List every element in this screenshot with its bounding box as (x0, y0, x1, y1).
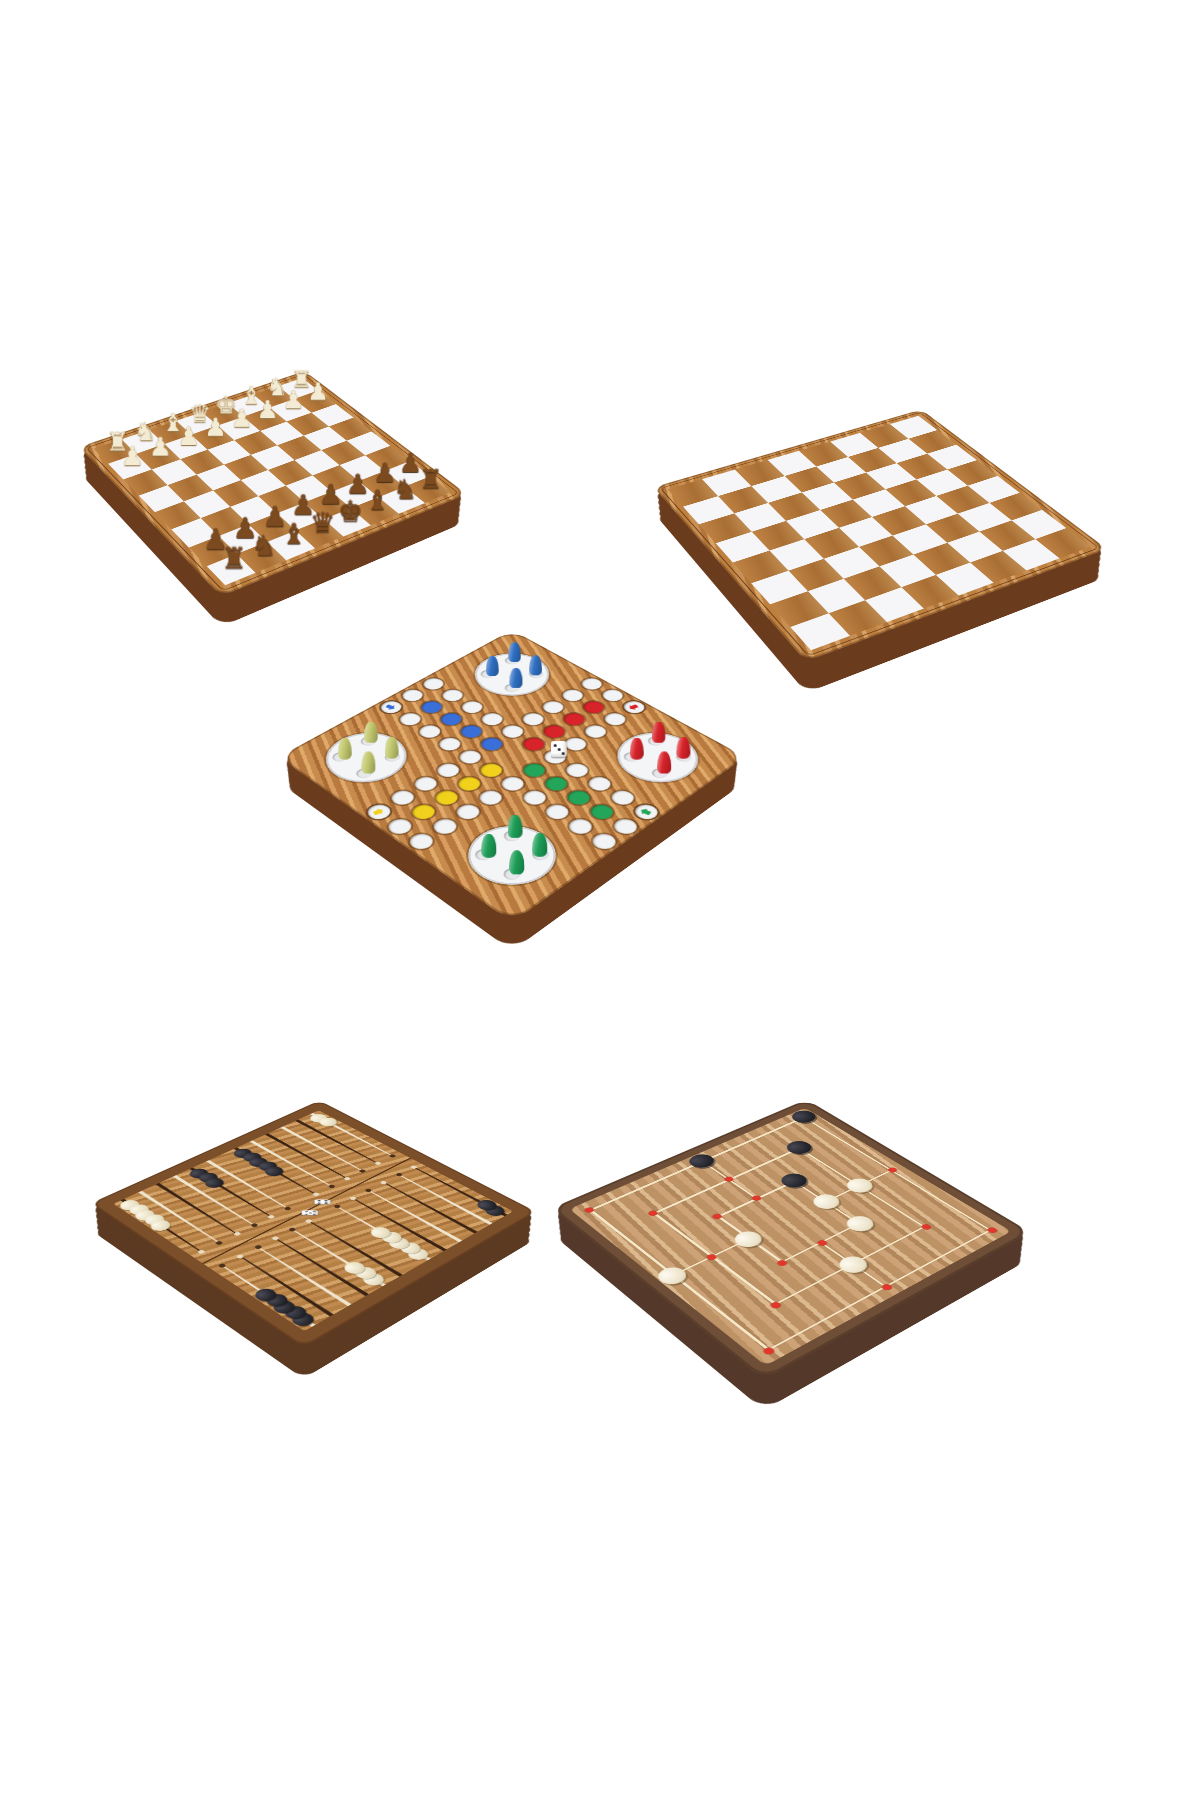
backgammon-point (346, 1195, 453, 1255)
chess-piece-brown-knight: ♞ (390, 476, 419, 503)
ludo-track-hole (438, 687, 466, 703)
ludo-peg-red (657, 751, 671, 773)
ludo-finish-hole-green (563, 788, 594, 808)
morris-point-dot (854, 1220, 867, 1227)
ludo-track-hole (415, 723, 444, 740)
ludo-track-hole (609, 816, 641, 837)
morris-point-dot (704, 1253, 717, 1261)
ludo-track-hole (452, 802, 483, 822)
ludo-peg-yellow-green (385, 737, 399, 759)
chess-square (224, 455, 268, 480)
ludo-finish-hole-red (518, 735, 547, 753)
chess-board: ♜♞♝♛♚♝♞♜♟♟♟♟♟♟♟♟♟♟♟♟♟♟♟♟♜♞♝♛♚♝♞♜ (79, 371, 467, 597)
morris-point-dot (761, 1346, 775, 1355)
chess-piece-white-pawn: ♟ (228, 406, 255, 431)
ludo-peg-green (532, 833, 547, 857)
ludo-start-arrow-icon (383, 703, 396, 711)
ludo-track-hole (538, 699, 566, 716)
backgammon-point-tip-dot (373, 1161, 381, 1165)
ludo-track-hole (564, 816, 596, 837)
ludo-finish-hole-yellow (453, 774, 483, 793)
die-pip (561, 752, 564, 755)
checkers-grid (668, 416, 1091, 651)
ludo-peg-green (508, 815, 523, 839)
die-pip (304, 1213, 307, 1214)
ludo-peg-red (630, 738, 644, 760)
backgammon-point-tip-dot (250, 1223, 259, 1228)
ludo-finish-hole-yellow (476, 761, 506, 780)
ludo-start-hole (376, 699, 404, 716)
morris-point-dot (775, 1259, 788, 1267)
ludo-track-hole (607, 788, 638, 808)
die (302, 1210, 318, 1215)
product-photo-canvas: ♜♞♝♛♚♝♞♜♟♟♟♟♟♟♟♟♟♟♟♟♟♟♟♟♜♞♝♛♚♝♞♜ (0, 0, 1200, 1800)
ludo-track-hole (561, 761, 591, 780)
ludo-home-circle-blue (460, 645, 565, 705)
ludo-track-hole (558, 687, 586, 703)
ludo-peg-blue (508, 642, 521, 662)
ludo-start-hole (630, 802, 661, 822)
morris-point-dot (847, 1261, 860, 1269)
ludo-track-hole (433, 761, 463, 780)
backgammon-point-tip-dot (267, 1214, 276, 1219)
ludo-track-hole (497, 723, 526, 740)
morris-square-line (780, 1223, 860, 1264)
ludo-track-hole (519, 788, 550, 808)
chess-piece-brown-rook: ♜ (219, 544, 250, 573)
ludo-track-hole (398, 687, 426, 703)
chess-grid: ♜♞♝♛♚♝♞♜♟♟♟♟♟♟♟♟♟♟♟♟♟♟♟♟♜♞♝♛♚♝♞♜ (94, 378, 451, 585)
chess-piece-white-pawn: ♟ (119, 443, 147, 469)
morris-point-dot (919, 1223, 932, 1230)
backgammon-point-tip-dot (343, 1176, 351, 1180)
morris-board (551, 1100, 1030, 1380)
morris-piece-white (653, 1264, 691, 1287)
morris-connector-line (671, 1239, 749, 1277)
backgammon-point-tip-dot (388, 1154, 396, 1158)
ludo-track-hole (600, 711, 629, 728)
ludo-finish-hole-blue (456, 723, 485, 740)
ludo-track-hole (477, 711, 506, 728)
backgammon-point-tip-dot (358, 1169, 366, 1173)
ludo-finish-hole-green (518, 761, 548, 780)
morris-point-dot (815, 1239, 828, 1247)
ludo-start-hole (363, 802, 394, 822)
chess-piece-white-pawn: ♟ (305, 380, 331, 404)
ludo-track-hole (580, 723, 609, 740)
ludo-track-hole (387, 788, 418, 808)
ludo-track-hole (598, 687, 626, 703)
ludo-board (279, 630, 746, 922)
die-pip (553, 744, 556, 747)
ludo-finish-hole-red (539, 723, 568, 740)
ludo-start-arrow-icon (626, 703, 639, 711)
ludo-track-hole (419, 676, 447, 692)
ludo-peg-yellow-green (361, 751, 375, 773)
ludo-track-hole (395, 711, 424, 728)
backgammon-field (113, 1110, 513, 1331)
chess-piece-white-pawn: ♟ (280, 388, 306, 412)
morris-connector-line (821, 1242, 888, 1287)
ludo-track-hole (577, 676, 605, 692)
checkers-surface (654, 409, 1107, 661)
morris-point-dot (879, 1283, 893, 1291)
morris-point-dot (666, 1272, 679, 1280)
ludo-home-circle-red (601, 723, 714, 793)
ludo-track-hole (405, 831, 437, 852)
ludo-finish-hole-green (586, 802, 617, 822)
ludo-peg-red (652, 722, 666, 744)
ludo-finish-hole-yellow (431, 788, 462, 808)
chess-piece-white-pawn: ♟ (175, 424, 202, 449)
backgammon-point (289, 1117, 384, 1167)
morris-square-line (652, 1212, 777, 1305)
die-pip (557, 748, 560, 751)
backgammon-point-tip-dot (197, 1249, 206, 1254)
morris-piece-white (730, 1228, 767, 1250)
ludo-track-hole (475, 788, 506, 808)
ludo-peg-yellow-green (364, 722, 378, 744)
ludo-peg-blue (509, 668, 522, 689)
chess-piece-brown-king: ♚ (336, 498, 366, 526)
backgammon-point-tip-dot (327, 1184, 335, 1188)
morris-point-dot (985, 1227, 998, 1234)
ludo-home-circle-yellow-green (310, 723, 423, 793)
morris-piece-white (834, 1253, 872, 1276)
backgammon-point-tip-dot (215, 1240, 224, 1245)
morris-point-dot (768, 1301, 782, 1310)
die-pip (318, 1203, 321, 1204)
ludo-peg-blue (486, 656, 499, 676)
die-pip (324, 1203, 327, 1204)
ludo-finish-hole-green (540, 774, 570, 793)
chess-piece-white-pawn: ♟ (254, 397, 281, 422)
ludo-track-hole (429, 816, 461, 837)
die-pip (313, 1213, 316, 1214)
ludo-track-hole (541, 802, 572, 822)
checkers-board (654, 409, 1107, 661)
ludo-surface (279, 630, 746, 922)
ludo-start-arrow-icon (638, 807, 652, 816)
backgammon-point-tip-dot (232, 1231, 241, 1236)
ludo-home-circle-green (450, 815, 573, 898)
backgammon-point-tip-dot (283, 1206, 291, 1211)
backgammon-point-tip-dot (311, 1192, 319, 1196)
ludo-finish-hole-red (579, 699, 607, 716)
chess-piece-brown-knight: ♞ (249, 532, 280, 561)
ludo-finish-hole-red (559, 711, 588, 728)
ludo-finish-hole-blue (476, 735, 505, 753)
die-pip (308, 1212, 311, 1213)
ludo-peg-blue (529, 655, 542, 675)
checkers-square (936, 486, 988, 514)
ludo-start-arrow-icon (370, 807, 384, 816)
ludo-track-hole (455, 748, 485, 766)
ludo-peg-green (509, 850, 525, 874)
ludo-track-hole (434, 735, 463, 753)
die (551, 741, 567, 757)
morris-point-dot (742, 1235, 755, 1243)
chess-surface: ♜♞♝♛♚♝♞♜♟♟♟♟♟♟♟♟♟♟♟♟♟♟♟♟♜♞♝♛♚♝♞♜ (79, 371, 467, 597)
ludo-track-hole (383, 816, 415, 837)
ludo-track-hole (518, 711, 547, 728)
chess-piece-brown-queen: ♛ (308, 509, 338, 537)
morris-surface (551, 1100, 1030, 1380)
chess-piece-white-pawn: ♟ (202, 415, 229, 440)
morris-square-line (773, 1226, 925, 1305)
die-pip (313, 1211, 316, 1212)
ludo-track-hole (410, 774, 440, 793)
chess-piece-white-pawn: ♟ (147, 434, 175, 460)
checkers-square (786, 510, 839, 539)
chess-piece-brown-bishop: ♝ (363, 487, 392, 514)
die (315, 1200, 331, 1205)
die-pip (304, 1211, 307, 1212)
ludo-finish-hole-blue (436, 711, 465, 728)
ludo-start-hole (619, 699, 647, 716)
morris-field (569, 1108, 1011, 1366)
ludo-track-hole (587, 831, 619, 852)
ludo-finish-hole-yellow (407, 802, 438, 822)
chess-piece-brown-bishop: ♝ (279, 520, 309, 548)
ludo-finish-hole-blue (417, 699, 445, 716)
backgammon-point (274, 1124, 369, 1175)
backgammon-board (91, 1101, 536, 1348)
chess-piece-brown-rook: ♜ (417, 466, 446, 493)
ludo-peg-red (676, 737, 690, 759)
morris-square-line (802, 1117, 991, 1232)
ludo-track-hole (584, 774, 614, 793)
ludo-track-hole (497, 774, 527, 793)
ludo-track-hole (457, 699, 485, 716)
morris-square-line (716, 1215, 783, 1263)
ludo-peg-yellow-green (338, 738, 352, 760)
ludo-peg-green (481, 834, 496, 858)
backgammon-surface (91, 1101, 536, 1348)
backgammon-point (377, 1179, 484, 1237)
